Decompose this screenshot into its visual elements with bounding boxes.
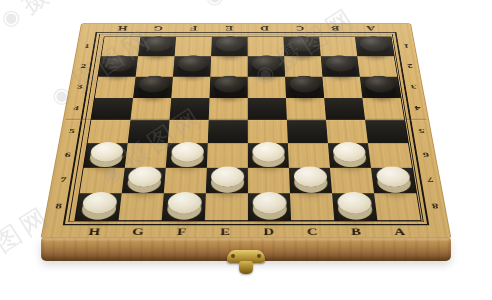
- label-bottom-d: D: [247, 227, 291, 238]
- square-d3[interactable]: [248, 77, 286, 98]
- watermark-logo-icon: ◉: [0, 0, 28, 32]
- white-piece-h6[interactable]: [89, 142, 124, 161]
- label-left-5: 5: [62, 120, 81, 143]
- white-piece-e7[interactable]: [210, 167, 243, 187]
- white-piece-a7[interactable]: [375, 167, 411, 187]
- photo-canvas: HGFEDCBAHGFEDCBA1234567812345678 ◉摄图网◉摄图…: [0, 0, 492, 300]
- square-b7[interactable]: [330, 168, 374, 194]
- square-g5[interactable]: [128, 120, 170, 143]
- label-bottom-b: B: [334, 227, 379, 238]
- white-piece-h8[interactable]: [81, 192, 118, 213]
- black-piece-e1[interactable]: [215, 36, 244, 51]
- label-bottom-g: G: [115, 227, 160, 238]
- watermark-logo-icon: ◉: [200, 0, 232, 11]
- checkers-board: HGFEDCBAHGFEDCBA1234567812345678: [41, 23, 452, 238]
- square-c2[interactable]: [284, 56, 322, 76]
- label-left-8: 8: [48, 193, 69, 220]
- square-b8[interactable]: [332, 193, 377, 220]
- white-piece-b8[interactable]: [336, 192, 372, 213]
- square-h4[interactable]: [91, 98, 133, 120]
- square-b4[interactable]: [324, 98, 365, 120]
- playing-area: [74, 36, 421, 220]
- square-e8[interactable]: [205, 193, 248, 220]
- square-e6[interactable]: [207, 143, 248, 167]
- square-a7[interactable]: [371, 168, 416, 194]
- label-bottom-f: F: [159, 227, 203, 238]
- black-piece-c3[interactable]: [289, 76, 320, 93]
- white-piece-b6[interactable]: [332, 142, 366, 161]
- watermark-mark: ◉摄图网: [196, 0, 313, 15]
- square-e3[interactable]: [210, 77, 248, 98]
- square-c6[interactable]: [288, 143, 330, 167]
- square-a5[interactable]: [365, 120, 408, 143]
- label-top-b: B: [317, 25, 353, 32]
- label-right-7: 7: [420, 167, 441, 193]
- label-right-5: 5: [412, 120, 431, 143]
- square-h8[interactable]: [75, 193, 121, 220]
- square-h2[interactable]: [98, 56, 138, 76]
- square-a2[interactable]: [357, 56, 397, 76]
- square-a1[interactable]: [355, 37, 394, 56]
- label-top-g: G: [140, 25, 176, 32]
- label-top-f: F: [176, 25, 212, 32]
- white-piece-d8[interactable]: [252, 192, 286, 213]
- square-g6[interactable]: [125, 143, 168, 167]
- square-d8[interactable]: [248, 193, 291, 220]
- square-f8[interactable]: [162, 193, 206, 220]
- black-piece-g3[interactable]: [138, 76, 170, 93]
- square-f6[interactable]: [166, 143, 208, 167]
- black-piece-h2[interactable]: [103, 55, 135, 71]
- white-piece-g7[interactable]: [127, 167, 162, 187]
- square-g8[interactable]: [119, 193, 164, 220]
- square-g4[interactable]: [130, 98, 171, 120]
- square-c4[interactable]: [286, 98, 326, 120]
- square-d7[interactable]: [248, 168, 290, 194]
- square-b2[interactable]: [321, 56, 360, 76]
- square-b3[interactable]: [322, 77, 362, 98]
- square-d4[interactable]: [248, 98, 287, 120]
- label-left-4: 4: [67, 97, 86, 119]
- black-piece-d2[interactable]: [251, 55, 281, 71]
- square-b1[interactable]: [319, 37, 357, 56]
- square-h5[interactable]: [88, 120, 131, 143]
- square-a4[interactable]: [362, 98, 404, 120]
- label-top-a: A: [353, 25, 389, 32]
- square-a6[interactable]: [368, 143, 412, 167]
- square-f2[interactable]: [173, 56, 211, 76]
- label-bottom-h: H: [72, 227, 117, 238]
- square-e1[interactable]: [211, 37, 248, 56]
- label-right-8: 8: [425, 193, 446, 220]
- square-a8[interactable]: [374, 193, 420, 220]
- square-b5[interactable]: [326, 120, 368, 143]
- label-left-7: 7: [53, 167, 74, 193]
- label-left-1: 1: [78, 36, 95, 55]
- black-piece-a3[interactable]: [363, 76, 395, 93]
- square-h3[interactable]: [95, 77, 136, 98]
- label-top-h: H: [105, 25, 141, 32]
- square-h6[interactable]: [84, 143, 128, 167]
- white-piece-d6[interactable]: [252, 142, 285, 161]
- square-g7[interactable]: [122, 168, 166, 194]
- square-e5[interactable]: [208, 120, 248, 143]
- black-piece-e3[interactable]: [214, 76, 244, 93]
- brass-clasp-knob: [239, 261, 253, 274]
- square-b6[interactable]: [328, 143, 371, 167]
- board-surface: HGFEDCBAHGFEDCBA1234567812345678: [41, 23, 452, 238]
- label-right-2: 2: [401, 56, 419, 76]
- square-h7[interactable]: [80, 168, 125, 194]
- black-piece-a1[interactable]: [358, 36, 389, 51]
- square-g2[interactable]: [136, 56, 175, 76]
- white-piece-f6[interactable]: [170, 142, 203, 161]
- square-d6[interactable]: [248, 143, 289, 167]
- square-f5[interactable]: [168, 120, 209, 143]
- watermark-mark: ◉摄图网: [0, 120, 7, 213]
- label-top-e: E: [211, 25, 247, 32]
- white-piece-f8[interactable]: [167, 192, 202, 213]
- square-h1[interactable]: [101, 37, 140, 56]
- label-bottom-a: A: [377, 227, 422, 238]
- square-d1[interactable]: [248, 37, 285, 56]
- label-right-1: 1: [398, 36, 415, 55]
- black-piece-f2[interactable]: [177, 55, 207, 71]
- square-d2[interactable]: [248, 56, 285, 76]
- label-right-6: 6: [416, 143, 436, 167]
- label-right-4: 4: [408, 97, 427, 119]
- square-f4[interactable]: [170, 98, 210, 120]
- label-top-c: C: [282, 25, 318, 32]
- square-f1[interactable]: [175, 37, 212, 56]
- label-top-d: D: [247, 25, 283, 32]
- white-piece-c7[interactable]: [293, 167, 327, 187]
- label-left-3: 3: [71, 76, 89, 97]
- label-bottom-c: C: [290, 227, 334, 238]
- square-e2[interactable]: [210, 56, 247, 76]
- square-d5[interactable]: [248, 120, 288, 143]
- label-bottom-e: E: [203, 227, 247, 238]
- square-f7[interactable]: [164, 168, 207, 194]
- square-g3[interactable]: [133, 77, 173, 98]
- square-c7[interactable]: [289, 168, 332, 194]
- square-a3[interactable]: [360, 77, 401, 98]
- label-left-2: 2: [75, 56, 93, 76]
- label-left-6: 6: [58, 143, 78, 167]
- label-right-3: 3: [405, 76, 423, 97]
- square-e4[interactable]: [209, 98, 248, 120]
- square-c1[interactable]: [283, 37, 320, 56]
- square-c3[interactable]: [285, 77, 324, 98]
- black-piece-g1[interactable]: [142, 36, 172, 51]
- square-c5[interactable]: [287, 120, 328, 143]
- black-piece-b2[interactable]: [324, 55, 355, 71]
- black-piece-c1[interactable]: [287, 36, 317, 51]
- square-g1[interactable]: [138, 37, 176, 56]
- square-f3[interactable]: [171, 77, 210, 98]
- square-e7[interactable]: [206, 168, 248, 194]
- square-c8[interactable]: [290, 193, 334, 220]
